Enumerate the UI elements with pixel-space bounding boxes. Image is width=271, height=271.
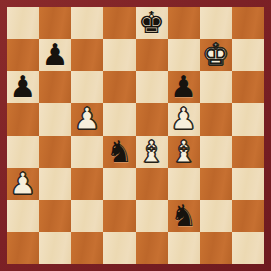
square-e7[interactable] xyxy=(136,39,168,71)
square-d8[interactable] xyxy=(103,7,135,39)
square-b2[interactable] xyxy=(39,200,71,232)
board-border: ♚♟♚♟♟♟♟♞♝♝♟♞ xyxy=(0,0,271,271)
square-f7[interactable] xyxy=(168,39,200,71)
white-bishop[interactable]: ♝ xyxy=(138,137,165,167)
square-g1[interactable] xyxy=(200,232,232,264)
square-b5[interactable] xyxy=(39,103,71,135)
square-c4[interactable] xyxy=(71,136,103,168)
square-f3[interactable] xyxy=(168,168,200,200)
square-g6[interactable] xyxy=(200,71,232,103)
square-a1[interactable] xyxy=(7,232,39,264)
square-c3[interactable] xyxy=(71,168,103,200)
white-pawn[interactable]: ♟ xyxy=(170,104,197,134)
square-a7[interactable] xyxy=(7,39,39,71)
square-f5[interactable]: ♟ xyxy=(168,103,200,135)
black-king[interactable]: ♚ xyxy=(138,8,165,38)
square-d3[interactable] xyxy=(103,168,135,200)
black-pawn[interactable]: ♟ xyxy=(42,40,69,70)
square-f4[interactable]: ♝ xyxy=(168,136,200,168)
black-pawn[interactable]: ♟ xyxy=(170,72,197,102)
square-g4[interactable] xyxy=(200,136,232,168)
square-b7[interactable]: ♟ xyxy=(39,39,71,71)
square-b3[interactable] xyxy=(39,168,71,200)
square-e5[interactable] xyxy=(136,103,168,135)
square-f8[interactable] xyxy=(168,7,200,39)
square-h4[interactable] xyxy=(232,136,264,168)
square-a8[interactable] xyxy=(7,7,39,39)
square-b8[interactable] xyxy=(39,7,71,39)
square-h1[interactable] xyxy=(232,232,264,264)
square-c5[interactable]: ♟ xyxy=(71,103,103,135)
square-d6[interactable] xyxy=(103,71,135,103)
square-a4[interactable] xyxy=(7,136,39,168)
square-g8[interactable] xyxy=(200,7,232,39)
square-h3[interactable] xyxy=(232,168,264,200)
white-pawn[interactable]: ♟ xyxy=(10,169,37,199)
square-d1[interactable] xyxy=(103,232,135,264)
black-pawn[interactable]: ♟ xyxy=(10,72,37,102)
square-h8[interactable] xyxy=(232,7,264,39)
square-h7[interactable] xyxy=(232,39,264,71)
square-g2[interactable] xyxy=(200,200,232,232)
square-e6[interactable] xyxy=(136,71,168,103)
square-e1[interactable] xyxy=(136,232,168,264)
square-g7[interactable]: ♚ xyxy=(200,39,232,71)
square-e2[interactable] xyxy=(136,200,168,232)
white-pawn[interactable]: ♟ xyxy=(74,104,101,134)
square-h6[interactable] xyxy=(232,71,264,103)
square-c2[interactable] xyxy=(71,200,103,232)
square-a6[interactable]: ♟ xyxy=(7,71,39,103)
square-b6[interactable] xyxy=(39,71,71,103)
square-d5[interactable] xyxy=(103,103,135,135)
square-d4[interactable]: ♞ xyxy=(103,136,135,168)
square-a5[interactable] xyxy=(7,103,39,135)
square-f2[interactable]: ♞ xyxy=(168,200,200,232)
square-h2[interactable] xyxy=(232,200,264,232)
square-a2[interactable] xyxy=(7,200,39,232)
square-b4[interactable] xyxy=(39,136,71,168)
chess-board: ♚♟♚♟♟♟♟♞♝♝♟♞ xyxy=(7,7,264,264)
square-e4[interactable]: ♝ xyxy=(136,136,168,168)
square-f6[interactable]: ♟ xyxy=(168,71,200,103)
square-f1[interactable] xyxy=(168,232,200,264)
square-g3[interactable] xyxy=(200,168,232,200)
square-c7[interactable] xyxy=(71,39,103,71)
square-e8[interactable]: ♚ xyxy=(136,7,168,39)
square-h5[interactable] xyxy=(232,103,264,135)
square-a3[interactable]: ♟ xyxy=(7,168,39,200)
square-c8[interactable] xyxy=(71,7,103,39)
square-d7[interactable] xyxy=(103,39,135,71)
white-bishop[interactable]: ♝ xyxy=(170,137,197,167)
square-c6[interactable] xyxy=(71,71,103,103)
square-g5[interactable] xyxy=(200,103,232,135)
square-e3[interactable] xyxy=(136,168,168,200)
square-c1[interactable] xyxy=(71,232,103,264)
white-king[interactable]: ♚ xyxy=(202,40,229,70)
black-knight[interactable]: ♞ xyxy=(106,137,133,167)
black-knight[interactable]: ♞ xyxy=(170,201,197,231)
square-b1[interactable] xyxy=(39,232,71,264)
square-d2[interactable] xyxy=(103,200,135,232)
